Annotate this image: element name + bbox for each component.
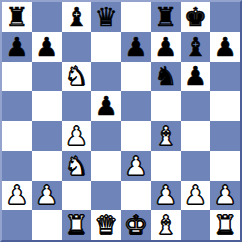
square-g4[interactable]	[181, 121, 211, 151]
square-a7[interactable]: ♟	[2, 32, 32, 62]
square-c1[interactable]: ♜	[62, 210, 92, 240]
square-a4[interactable]	[2, 121, 32, 151]
square-d7[interactable]	[91, 32, 121, 62]
square-g1[interactable]	[181, 210, 211, 240]
square-d1[interactable]: ♛	[91, 210, 121, 240]
black-pawn[interactable]: ♟	[154, 34, 177, 60]
square-f2[interactable]: ♟	[151, 181, 181, 211]
square-b6[interactable]	[32, 62, 62, 92]
square-c8[interactable]: ♝	[62, 2, 92, 32]
square-d6[interactable]	[91, 62, 121, 92]
square-f1[interactable]: ♝	[151, 210, 181, 240]
white-pawn[interactable]: ♟	[35, 182, 58, 208]
white-pawn[interactable]: ♟	[154, 182, 177, 208]
square-d8[interactable]: ♛	[91, 2, 121, 32]
square-g3[interactable]	[181, 151, 211, 181]
white-knight[interactable]: ♞	[65, 63, 88, 89]
square-f8[interactable]: ♜	[151, 2, 181, 32]
square-h8[interactable]	[210, 2, 240, 32]
white-bishop[interactable]: ♝	[154, 212, 177, 238]
black-knight[interactable]: ♞	[154, 63, 177, 89]
square-c5[interactable]	[62, 91, 92, 121]
white-pawn[interactable]: ♟	[184, 182, 207, 208]
black-pawn[interactable]: ♟	[184, 63, 207, 89]
square-c7[interactable]	[62, 32, 92, 62]
black-pawn[interactable]: ♟	[124, 34, 147, 60]
square-h7[interactable]: ♟	[210, 32, 240, 62]
square-g8[interactable]: ♚	[181, 2, 211, 32]
square-h4[interactable]	[210, 121, 240, 151]
white-rook[interactable]: ♜	[213, 212, 236, 238]
square-c6[interactable]: ♞	[62, 62, 92, 92]
square-c2[interactable]	[62, 181, 92, 211]
white-king[interactable]: ♚	[124, 212, 147, 238]
white-knight[interactable]: ♞	[65, 153, 88, 179]
square-a8[interactable]: ♜	[2, 2, 32, 32]
square-d2[interactable]	[91, 181, 121, 211]
square-d3[interactable]	[91, 151, 121, 181]
black-pawn[interactable]: ♟	[5, 34, 28, 60]
square-h6[interactable]	[210, 62, 240, 92]
square-c4[interactable]: ♟	[62, 121, 92, 151]
square-e5[interactable]	[121, 91, 151, 121]
white-rook[interactable]: ♜	[65, 212, 88, 238]
black-pawn[interactable]: ♟	[35, 34, 58, 60]
square-e3[interactable]: ♟	[121, 151, 151, 181]
white-pawn[interactable]: ♟	[124, 153, 147, 179]
square-e1[interactable]: ♚	[121, 210, 151, 240]
square-f7[interactable]: ♟	[151, 32, 181, 62]
square-d5[interactable]: ♟	[91, 91, 121, 121]
square-h3[interactable]	[210, 151, 240, 181]
square-d4[interactable]	[91, 121, 121, 151]
square-e8[interactable]	[121, 2, 151, 32]
square-h5[interactable]	[210, 91, 240, 121]
square-f5[interactable]	[151, 91, 181, 121]
square-f4[interactable]: ♝	[151, 121, 181, 151]
white-pawn[interactable]: ♟	[5, 182, 28, 208]
black-king[interactable]: ♚	[184, 4, 207, 30]
black-rook[interactable]: ♜	[154, 4, 177, 30]
square-b8[interactable]	[32, 2, 62, 32]
square-b1[interactable]	[32, 210, 62, 240]
square-b7[interactable]: ♟	[32, 32, 62, 62]
square-e7[interactable]: ♟	[121, 32, 151, 62]
square-f6[interactable]: ♞	[151, 62, 181, 92]
square-a6[interactable]	[2, 62, 32, 92]
square-h2[interactable]: ♟	[210, 181, 240, 211]
square-b4[interactable]	[32, 121, 62, 151]
square-g6[interactable]: ♟	[181, 62, 211, 92]
square-a2[interactable]: ♟	[2, 181, 32, 211]
black-rook[interactable]: ♜	[5, 4, 28, 30]
square-f3[interactable]	[151, 151, 181, 181]
square-e2[interactable]	[121, 181, 151, 211]
square-g5[interactable]	[181, 91, 211, 121]
square-a5[interactable]	[2, 91, 32, 121]
chess-board: ♜♝♛♜♚♟♟♟♟♝♟♞♞♟♟♟♝♞♟♟♟♟♟♟♜♛♚♝♜	[0, 0, 242, 242]
square-g7[interactable]: ♝	[181, 32, 211, 62]
square-e4[interactable]	[121, 121, 151, 151]
white-queen[interactable]: ♛	[94, 212, 117, 238]
square-c3[interactable]: ♞	[62, 151, 92, 181]
white-pawn[interactable]: ♟	[65, 123, 88, 149]
square-b3[interactable]	[32, 151, 62, 181]
black-pawn[interactable]: ♟	[213, 34, 236, 60]
square-g2[interactable]: ♟	[181, 181, 211, 211]
square-e6[interactable]	[121, 62, 151, 92]
square-a1[interactable]	[2, 210, 32, 240]
white-pawn[interactable]: ♟	[213, 182, 236, 208]
square-h1[interactable]: ♜	[210, 210, 240, 240]
square-b5[interactable]	[32, 91, 62, 121]
black-bishop[interactable]: ♝	[184, 34, 207, 60]
black-queen[interactable]: ♛	[94, 4, 117, 30]
square-b2[interactable]: ♟	[32, 181, 62, 211]
white-bishop[interactable]: ♝	[154, 123, 177, 149]
black-bishop[interactable]: ♝	[65, 4, 88, 30]
square-a3[interactable]	[2, 151, 32, 181]
black-pawn[interactable]: ♟	[94, 93, 117, 119]
